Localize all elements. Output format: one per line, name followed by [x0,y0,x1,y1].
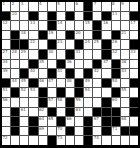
cell-1-6[interactable] [48,2,56,11]
clue-number: 62 [39,108,44,112]
clue-number: 23 [57,40,62,44]
cell-2-13[interactable]: 11 [112,12,120,21]
black-cell-5-9 [75,40,83,49]
cell-3-3[interactable] [20,21,28,30]
black-cell-5-12 [102,40,110,49]
cell-3-12[interactable]: 16 [102,21,110,30]
cell-1-14[interactable]: 9 [121,2,129,11]
black-cell-14-8 [66,127,74,136]
cell-1-3[interactable]: 3 [20,2,28,11]
clue-number: 13 [30,21,35,25]
cell-6-6[interactable]: 30 [48,50,56,59]
cell-15-7[interactable]: 73 [57,136,65,145]
cell-10-8[interactable] [66,88,74,97]
cell-11-3[interactable] [20,98,28,107]
clue-number: 64 [39,117,44,121]
black-cell-6-8 [66,50,74,59]
cell-12-14[interactable] [121,108,129,117]
cell-7-12[interactable]: 37 [102,60,110,69]
clue-number: 6 [76,2,79,6]
cell-5-1[interactable] [2,40,10,49]
clue-number: 25 [94,40,99,44]
cell-12-3[interactable]: 61 [20,108,28,117]
cell-7-9[interactable] [75,60,83,69]
clue-number: 74 [94,136,99,140]
clue-number: 26 [112,40,117,44]
black-cell-7-13 [112,60,120,69]
cell-15-1[interactable]: 72 [2,136,10,145]
cell-7-1[interactable]: 34 [2,60,10,69]
clue-number: 10 [12,12,17,16]
cell-11-7[interactable]: 58 [57,98,65,107]
clue-number: 70 [57,127,62,131]
clue-number: 14 [57,21,62,25]
cell-10-1[interactable]: 51 [2,88,10,97]
cell-3-1[interactable]: 12 [2,21,10,30]
clue-number: 38 [121,60,126,64]
clue-number: 34 [3,60,8,64]
cell-5-7[interactable]: 23 [57,40,65,49]
clue-number: 21 [121,31,126,35]
cell-1-12[interactable] [102,2,110,11]
black-cell-9-4 [29,79,37,88]
black-cell-15-10 [84,136,92,145]
cell-7-8[interactable]: 36 [66,60,74,69]
clue-number: 18 [21,31,26,35]
cell-7-2[interactable] [11,60,19,69]
cell-9-10[interactable]: 49 [84,79,92,88]
cell-8-14[interactable]: 43 [121,69,129,78]
black-cell-12-15 [130,108,138,117]
black-cell-14-14 [121,127,129,136]
cell-13-6[interactable]: 65 [48,117,56,126]
cell-4-4[interactable] [29,31,37,40]
cell-11-1[interactable]: 56 [2,98,10,107]
black-cell-14-15 [130,127,138,136]
clue-number: 51 [3,88,8,92]
clue-number: 15 [85,21,90,25]
black-cell-2-12 [102,12,110,21]
cell-12-10[interactable] [84,108,92,117]
cell-1-11[interactable]: 7 [93,2,101,11]
cell-14-9[interactable] [75,127,83,136]
cell-3-10[interactable]: 15 [84,21,92,30]
clue-number: 9 [121,2,124,6]
clue-number: 4 [39,2,42,6]
black-cell-13-7 [57,117,65,126]
page: 1234567891011121314151617181920212223242… [0,0,140,148]
cell-5-4[interactable]: 22 [29,40,37,49]
cell-10-10[interactable]: 54 [84,88,92,97]
clue-number: 17 [130,21,135,25]
black-cell-8-13 [112,69,120,78]
cell-11-11[interactable] [93,98,101,107]
cell-11-14[interactable] [121,98,129,107]
black-cell-11-12 [102,98,110,107]
cell-3-5[interactable] [39,21,47,30]
cell-3-15[interactable]: 17 [130,21,138,30]
black-cell-13-13 [112,117,120,126]
cell-1-13[interactable]: 8 [112,2,120,11]
black-cell-2-10 [84,12,92,21]
cell-8-7[interactable]: 41 [57,69,65,78]
cell-9-11[interactable] [93,79,101,88]
black-cell-12-8 [66,108,74,117]
black-cell-13-2 [11,117,19,126]
black-cell-12-12 [102,108,110,117]
clue-number: 2 [12,2,15,6]
cell-8-5[interactable] [39,69,47,78]
black-cell-6-5 [39,50,47,59]
clue-number: 35 [39,60,44,64]
black-cell-9-9 [75,79,83,88]
cell-3-14[interactable] [121,21,129,30]
cell-7-3[interactable] [20,60,28,69]
cell-6-2[interactable]: 28 [11,50,19,59]
black-cell-15-6 [48,136,56,145]
black-cell-10-2 [11,88,19,97]
clue-number: 31 [76,50,81,54]
clue-number: 54 [85,88,90,92]
cell-12-4[interactable] [29,108,37,117]
clue-number: 45 [21,79,26,83]
black-cell-13-10 [84,117,92,126]
cell-10-14[interactable]: 55 [121,88,129,97]
cell-15-5[interactable] [39,136,47,145]
clue-number: 55 [121,88,126,92]
cell-11-4[interactable] [29,98,37,107]
clue-number: 56 [3,98,8,102]
clue-number: 32 [112,50,117,54]
black-cell-2-15 [130,12,138,21]
cell-11-9[interactable]: 59 [75,98,83,107]
cell-1-15[interactable] [130,2,138,11]
cell-8-1[interactable]: 39 [2,69,10,78]
black-cell-2-1 [2,12,10,21]
clue-number: 63 [76,108,81,112]
cell-8-11[interactable]: 42 [93,69,101,78]
cell-13-14[interactable]: 68 [121,117,129,126]
cell-3-7[interactable]: 14 [57,21,65,30]
black-cell-2-4 [29,12,37,21]
cell-14-1[interactable] [2,127,10,136]
clue-number: 3 [21,2,24,6]
cell-6-1[interactable]: 27 [2,50,10,59]
cell-6-9[interactable]: 31 [75,50,83,59]
cell-12-1[interactable] [2,108,10,117]
black-cell-7-11 [93,60,101,69]
cell-9-2[interactable]: 44 [11,79,19,88]
clue-number: 53 [30,88,35,92]
black-cell-6-12 [102,50,110,59]
cell-9-13[interactable]: 50 [112,79,120,88]
black-cell-4-8 [66,31,74,40]
black-cell-11-5 [39,98,47,107]
cell-5-8[interactable] [66,40,74,49]
cell-2-5[interactable] [39,12,47,21]
cell-9-14[interactable] [121,79,129,88]
clue-number: 28 [12,50,17,54]
black-cell-10-9 [75,88,83,97]
cell-5-14[interactable] [121,40,129,49]
clue-number: 68 [121,117,126,121]
clue-number: 11 [112,12,117,16]
clue-number: 44 [12,79,17,83]
cell-13-11[interactable]: 67 [93,117,101,126]
cell-4-9[interactable]: 20 [75,31,83,40]
cell-13-15[interactable] [130,117,138,126]
black-cell-1-10 [84,2,92,11]
clue-number: 60 [112,98,117,102]
cell-13-8[interactable]: 66 [66,117,74,126]
black-cell-7-4 [29,60,37,69]
cell-15-3[interactable] [20,136,28,145]
cell-2-7[interactable] [57,12,65,21]
cell-13-3[interactable] [20,117,28,126]
black-cell-11-15 [130,98,138,107]
cell-15-8[interactable] [66,136,74,145]
cell-1-8[interactable] [66,2,74,11]
clue-number: 42 [94,69,99,73]
cell-8-15[interactable] [130,69,138,78]
clue-number: 40 [30,69,35,73]
clue-number: 49 [85,79,90,83]
black-cell-8-6 [48,69,56,78]
black-cell-9-1 [2,79,10,88]
cell-9-8[interactable]: 48 [66,79,74,88]
clue-number: 58 [57,98,62,102]
clue-number: 7 [94,2,97,6]
black-cell-8-3 [20,69,28,78]
cell-15-15[interactable] [130,136,138,145]
cell-10-4[interactable]: 53 [29,88,37,97]
cell-3-2[interactable] [11,21,19,30]
black-cell-4-5 [39,31,47,40]
cell-2-11[interactable] [93,12,101,21]
cell-10-15[interactable] [130,88,138,97]
cell-10-6[interactable] [48,88,56,97]
clue-number: 33 [130,50,135,54]
clue-number: 41 [57,69,62,73]
cell-2-3[interactable] [20,12,28,21]
cell-2-2[interactable]: 10 [11,12,19,21]
black-cell-13-12 [102,117,110,126]
cell-1-7[interactable]: 5 [57,2,65,11]
black-cell-7-7 [57,60,65,69]
black-cell-2-6 [48,12,56,21]
clue-number: 48 [66,79,71,83]
cell-4-10[interactable] [84,31,92,40]
clue-number: 71 [112,127,117,131]
clue-number: 47 [48,79,53,83]
black-cell-5-6 [48,40,56,49]
black-cell-9-12 [102,79,110,88]
cell-4-7[interactable] [57,31,65,40]
cell-5-13[interactable]: 26 [112,40,120,49]
cell-7-6[interactable] [48,60,56,69]
black-cell-8-10 [84,69,92,78]
cell-8-2[interactable] [11,69,19,78]
cell-4-15[interactable] [130,31,138,40]
cell-10-12[interactable] [102,88,110,97]
clue-number: 50 [112,79,117,83]
clue-number: 27 [3,50,8,54]
cell-14-5[interactable]: 69 [39,127,47,136]
clue-number: 24 [85,40,90,44]
cell-13-1[interactable] [2,117,10,126]
clue-number: 12 [3,21,8,25]
cell-11-6[interactable]: 57 [48,98,56,107]
cell-9-6[interactable]: 47 [48,79,56,88]
clue-number: 37 [103,60,108,64]
cell-2-9[interactable] [75,12,83,21]
cell-3-8[interactable] [66,21,74,30]
clue-number: 65 [48,117,53,121]
clue-number: 61 [21,108,26,112]
cell-13-5[interactable]: 64 [39,117,47,126]
clue-number: 46 [39,79,44,83]
clue-number: 52 [21,88,26,92]
cell-12-7[interactable] [57,108,65,117]
cell-6-4[interactable] [29,50,37,59]
clue-number: 1 [3,2,6,6]
cell-15-9[interactable] [75,136,83,145]
cell-6-10[interactable] [84,50,92,59]
cell-4-12[interactable] [102,31,110,40]
black-cell-12-6 [48,108,56,117]
black-cell-3-11 [93,21,101,30]
black-cell-5-2 [11,40,19,49]
black-cell-12-11 [93,108,101,117]
cell-1-4[interactable] [29,2,37,11]
clue-number: 5 [57,2,60,6]
clue-number: 36 [66,60,71,64]
cell-6-3[interactable]: 29 [20,50,28,59]
black-cell-5-3 [20,40,28,49]
black-cell-14-12 [102,127,110,136]
cell-6-13[interactable]: 32 [112,50,120,59]
black-cell-12-13 [112,108,120,117]
clue-number: 22 [30,40,35,44]
cell-14-6[interactable] [48,127,56,136]
black-cell-10-13 [112,88,120,97]
clue-number: 39 [3,69,8,73]
black-cell-10-5 [39,88,47,97]
cell-7-5[interactable]: 35 [39,60,47,69]
cell-8-12[interactable] [102,69,110,78]
cell-1-5[interactable]: 4 [39,2,47,11]
black-cell-10-7 [57,88,65,97]
cell-12-5[interactable]: 62 [39,108,47,117]
clue-number: 72 [3,136,8,140]
clue-number: 67 [94,117,99,121]
cell-6-14[interactable] [121,50,129,59]
cell-6-15[interactable]: 33 [130,50,138,59]
cell-11-13[interactable]: 60 [112,98,120,107]
crossword-grid: 1234567891011121314151617181920212223242… [0,0,140,148]
cell-14-7[interactable]: 70 [57,127,65,136]
black-cell-8-8 [66,69,74,78]
clue-number: 30 [48,50,53,54]
cell-4-3[interactable]: 18 [20,31,28,40]
cell-1-1[interactable]: 1 [2,2,10,11]
cell-4-14[interactable]: 21 [121,31,129,40]
clue-number: 59 [76,98,81,102]
cell-8-4[interactable]: 40 [29,69,37,78]
clue-number: 20 [76,31,81,35]
cell-13-9[interactable] [75,117,83,126]
cell-15-11[interactable]: 74 [93,136,101,145]
cell-10-11[interactable] [93,88,101,97]
cell-1-9[interactable]: 6 [75,2,83,11]
black-cell-14-10 [84,127,92,136]
cell-3-9[interactable] [75,21,83,30]
cell-15-12[interactable] [102,136,110,145]
black-cell-9-15 [130,79,138,88]
clue-number: 43 [121,69,126,73]
cell-2-14[interactable] [121,12,129,21]
cell-1-2[interactable]: 2 [11,2,19,11]
cell-4-6[interactable]: 19 [48,31,56,40]
black-cell-2-8 [66,12,74,21]
cell-9-3[interactable]: 45 [20,79,28,88]
cell-8-9[interactable] [75,69,83,78]
black-cell-14-2 [11,127,19,136]
cell-6-7[interactable] [57,50,65,59]
cell-10-3[interactable]: 52 [20,88,28,97]
cell-12-9[interactable]: 63 [75,108,83,117]
cell-7-10[interactable] [84,60,92,69]
cell-7-15[interactable] [130,60,138,69]
black-cell-12-2 [11,108,19,117]
cell-15-13[interactable] [112,136,120,145]
cell-3-13[interactable] [112,21,120,30]
cell-5-10[interactable]: 24 [84,40,92,49]
cell-11-2[interactable] [11,98,19,107]
cell-14-13[interactable]: 71 [112,127,120,136]
cell-15-14[interactable] [121,136,129,145]
black-cell-13-4 [29,117,37,126]
cell-14-3[interactable] [20,127,28,136]
black-cell-11-8 [66,98,74,107]
black-cell-4-11 [93,31,101,40]
cell-6-11[interactable] [93,50,101,59]
black-cell-3-6 [48,21,56,30]
cell-5-11[interactable]: 25 [93,40,101,49]
cell-4-1[interactable] [2,31,10,40]
cell-15-4[interactable] [29,136,37,145]
clue-number: 16 [103,21,108,25]
cell-15-2[interactable] [11,136,19,145]
clue-number: 69 [39,127,44,131]
clue-number: 57 [48,98,53,102]
cell-9-5[interactable]: 46 [39,79,47,88]
cell-11-10[interactable] [84,98,92,107]
cell-3-4[interactable]: 13 [29,21,37,30]
cell-14-11[interactable] [93,127,101,136]
cell-7-14[interactable]: 38 [121,60,129,69]
clue-number: 66 [66,117,71,121]
black-cell-14-4 [29,127,37,136]
clue-number: 73 [57,136,62,140]
black-cell-5-15 [130,40,138,49]
black-cell-4-2 [11,31,19,40]
cell-9-7[interactable] [57,79,65,88]
black-cell-4-13 [112,31,120,40]
clue-number: 8 [112,2,115,6]
clue-number: 19 [48,31,53,35]
cell-5-5[interactable] [39,40,47,49]
